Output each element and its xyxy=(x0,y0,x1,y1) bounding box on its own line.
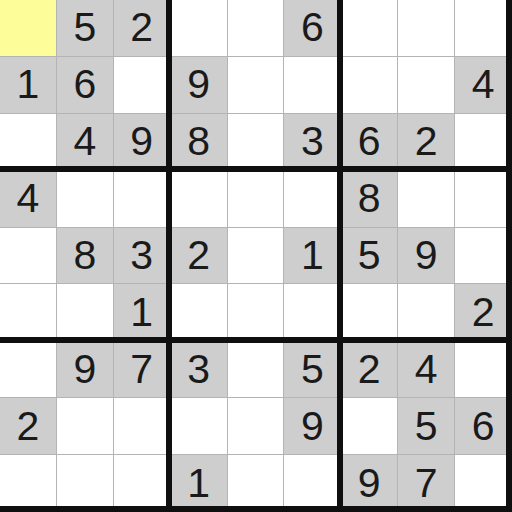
cell-r2c1[interactable]: 1 xyxy=(0,57,57,114)
cell-r9c4[interactable]: 1 xyxy=(171,455,228,512)
cell-r1c3[interactable]: 2 xyxy=(114,0,171,57)
cell-r7c8[interactable]: 4 xyxy=(398,341,455,398)
cell-r3c6[interactable]: 3 xyxy=(284,114,341,171)
cell-r7c4[interactable]: 3 xyxy=(171,341,228,398)
cell-r6c9[interactable]: 2 xyxy=(455,284,512,341)
cell-r8c9[interactable]: 6 xyxy=(455,398,512,455)
cell-r8c8[interactable]: 5 xyxy=(398,398,455,455)
cell-r3c9[interactable] xyxy=(455,114,512,171)
cell-r4c3[interactable] xyxy=(114,171,171,228)
cell-r3c8[interactable]: 2 xyxy=(398,114,455,171)
cell-r8c6[interactable]: 9 xyxy=(284,398,341,455)
cell-r8c2[interactable] xyxy=(57,398,114,455)
cell-r6c2[interactable] xyxy=(57,284,114,341)
cell-r1c4[interactable] xyxy=(171,0,228,57)
cell-r9c1[interactable] xyxy=(0,455,57,512)
cell-r6c5[interactable] xyxy=(228,284,285,341)
cell-r2c8[interactable] xyxy=(398,57,455,114)
cell-r9c2[interactable] xyxy=(57,455,114,512)
cell-r8c4[interactable] xyxy=(171,398,228,455)
cell-r3c5[interactable] xyxy=(228,114,285,171)
cell-r5c1[interactable] xyxy=(0,228,57,285)
cell-r7c7[interactable]: 2 xyxy=(341,341,398,398)
cell-r3c2[interactable]: 4 xyxy=(57,114,114,171)
cell-r5c6[interactable]: 1 xyxy=(284,228,341,285)
cell-r9c7[interactable]: 9 xyxy=(341,455,398,512)
cell-r1c6[interactable]: 6 xyxy=(284,0,341,57)
cell-r9c6[interactable] xyxy=(284,455,341,512)
sudoku-board: 526169449836248832159129735242956197 xyxy=(0,0,512,512)
box-divider-vertical-2 xyxy=(337,0,343,512)
cell-r3c7[interactable]: 6 xyxy=(341,114,398,171)
cell-r5c2[interactable]: 8 xyxy=(57,228,114,285)
cell-r2c4[interactable]: 9 xyxy=(171,57,228,114)
cell-r6c3[interactable]: 1 xyxy=(114,284,171,341)
cell-r5c9[interactable] xyxy=(455,228,512,285)
box-divider-vertical-1 xyxy=(166,0,172,512)
cell-r2c5[interactable] xyxy=(228,57,285,114)
cell-r2c3[interactable] xyxy=(114,57,171,114)
cell-r7c1[interactable] xyxy=(0,341,57,398)
cell-r4c9[interactable] xyxy=(455,171,512,228)
cell-r9c5[interactable] xyxy=(228,455,285,512)
cell-r8c1[interactable]: 2 xyxy=(0,398,57,455)
cell-r4c6[interactable] xyxy=(284,171,341,228)
cell-r8c3[interactable] xyxy=(114,398,171,455)
cell-r4c2[interactable] xyxy=(57,171,114,228)
cell-r4c7[interactable]: 8 xyxy=(341,171,398,228)
cell-r1c5[interactable] xyxy=(228,0,285,57)
sudoku-grid: 526169449836248832159129735242956197 xyxy=(0,0,512,512)
cell-r1c9[interactable] xyxy=(455,0,512,57)
cell-r2c6[interactable] xyxy=(284,57,341,114)
cell-r1c7[interactable] xyxy=(341,0,398,57)
cell-r3c4[interactable]: 8 xyxy=(171,114,228,171)
cell-r7c6[interactable]: 5 xyxy=(284,341,341,398)
cell-r5c8[interactable]: 9 xyxy=(398,228,455,285)
cell-r6c7[interactable] xyxy=(341,284,398,341)
cell-r4c4[interactable] xyxy=(171,171,228,228)
cell-r5c7[interactable]: 5 xyxy=(341,228,398,285)
cell-r6c8[interactable] xyxy=(398,284,455,341)
cell-r4c5[interactable] xyxy=(228,171,285,228)
cell-r6c4[interactable] xyxy=(171,284,228,341)
cell-r3c1[interactable] xyxy=(0,114,57,171)
board-border-bottom xyxy=(0,506,512,512)
board-border-right xyxy=(506,0,512,512)
cell-r5c3[interactable]: 3 xyxy=(114,228,171,285)
cell-r7c5[interactable] xyxy=(228,341,285,398)
cell-r1c8[interactable] xyxy=(398,0,455,57)
box-divider-horizontal-2 xyxy=(0,337,512,343)
cell-r9c8[interactable]: 7 xyxy=(398,455,455,512)
cell-r5c5[interactable] xyxy=(228,228,285,285)
cell-r7c3[interactable]: 7 xyxy=(114,341,171,398)
cell-r9c3[interactable] xyxy=(114,455,171,512)
cell-r7c9[interactable] xyxy=(455,341,512,398)
cell-r4c1[interactable]: 4 xyxy=(0,171,57,228)
cell-r7c2[interactable]: 9 xyxy=(57,341,114,398)
cell-r9c9[interactable] xyxy=(455,455,512,512)
cell-r3c3[interactable]: 9 xyxy=(114,114,171,171)
cell-r8c7[interactable] xyxy=(341,398,398,455)
cell-r6c6[interactable] xyxy=(284,284,341,341)
cell-r8c5[interactable] xyxy=(228,398,285,455)
cell-r2c2[interactable]: 6 xyxy=(57,57,114,114)
cell-r6c1[interactable] xyxy=(0,284,57,341)
box-divider-horizontal-1 xyxy=(0,166,512,172)
cell-r4c8[interactable] xyxy=(398,171,455,228)
cell-r5c4[interactable]: 2 xyxy=(171,228,228,285)
cell-r2c7[interactable] xyxy=(341,57,398,114)
cell-r1c1[interactable] xyxy=(0,0,57,57)
cell-r2c9[interactable]: 4 xyxy=(455,57,512,114)
cell-r1c2[interactable]: 5 xyxy=(57,0,114,57)
